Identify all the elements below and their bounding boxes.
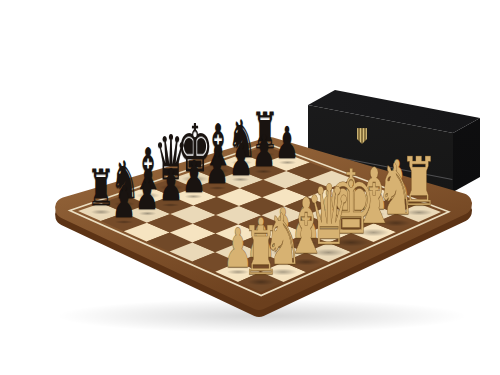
piece-black-pawn: ♟ [182, 155, 206, 199]
piece-black-pawn: ♟ [275, 121, 299, 165]
piece-black-pawn: ♟ [158, 163, 182, 207]
piece-white-rook: ♜ [242, 218, 279, 285]
product-photo-scene: ♜♞♝♛♚♝♞♜♟♟♟♟♟♟♟♟♟♟♟♟♟♟♟♟♜♞♝♛♚♝♞♜ [0, 0, 500, 375]
piece-black-pawn: ♟ [135, 172, 159, 216]
piece-black-pawn: ♟ [205, 146, 229, 190]
piece-black-pawn: ♟ [112, 180, 136, 224]
chess-pieces: ♜♞♝♛♚♝♞♜♟♟♟♟♟♟♟♟♟♟♟♟♟♟♟♟♜♞♝♛♚♝♞♜ [0, 0, 500, 375]
piece-black-pawn: ♟ [252, 129, 276, 173]
piece-black-pawn: ♟ [228, 138, 252, 182]
